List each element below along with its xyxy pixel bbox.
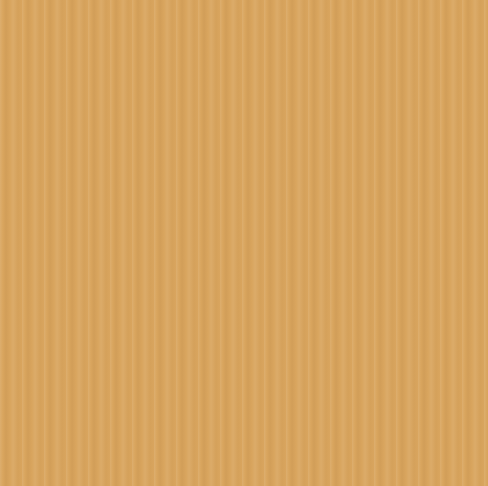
go-board [0, 0, 488, 486]
board-grid [16, 18, 468, 469]
